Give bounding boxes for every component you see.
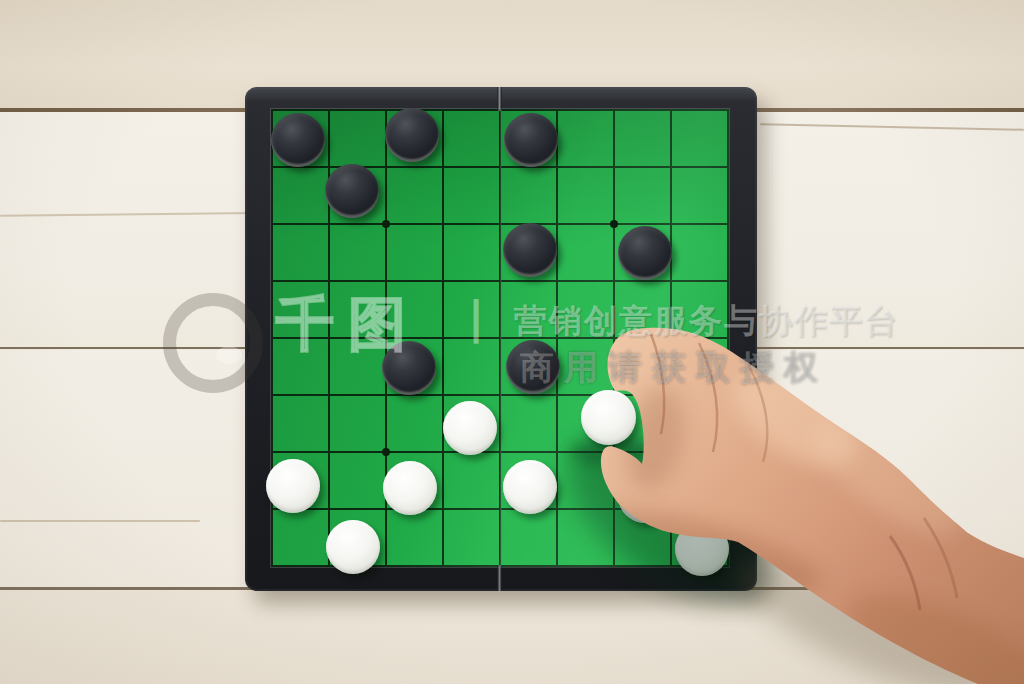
hand <box>0 0 1024 684</box>
scene: 千图 | 营销创意服务与协作平台 商用请获取授权 <box>0 0 1024 684</box>
